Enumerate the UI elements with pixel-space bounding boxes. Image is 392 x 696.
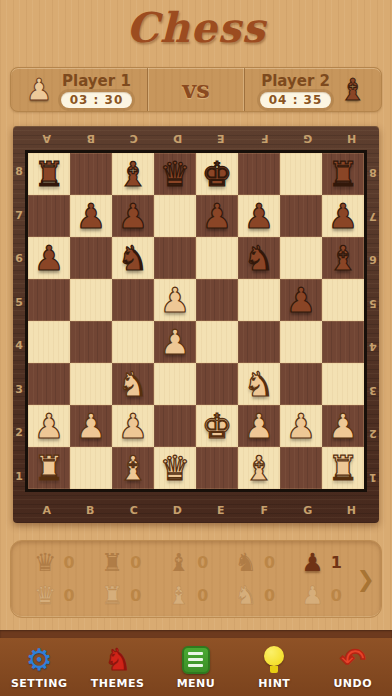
board-squares: ♜♝♛♚♜♟♟♟♟♟♟♞♞♝♟♟♟♞♞♟♟♟♚♟♟♟♜♝♛♝♜	[25, 150, 367, 492]
square-g8[interactable]	[280, 153, 322, 195]
white-knight-icon: ♞	[235, 582, 257, 610]
black-bishop-icon: ♝	[168, 549, 190, 577]
themes-button[interactable]: ♞THEMES	[79, 645, 157, 690]
square-g2[interactable]: ♟	[280, 405, 322, 447]
square-g3[interactable]	[280, 363, 322, 405]
black-pawn[interactable]: ♟	[286, 279, 316, 321]
square-g4[interactable]	[280, 321, 322, 363]
file-label-d: D	[156, 128, 200, 148]
captured-white-pawn: ♟0	[293, 582, 351, 610]
file-label-b: B	[69, 128, 113, 148]
captured-black-knight: ♞0	[226, 549, 284, 577]
black-rook-icon: ♜	[101, 549, 123, 577]
chevron-right-icon[interactable]: ❯	[357, 567, 375, 592]
setting-label: SETTING	[11, 677, 68, 690]
file-label-e: E	[199, 501, 243, 521]
black-pawn[interactable]: ♟	[76, 195, 106, 237]
square-h8[interactable]: ♜	[322, 153, 364, 195]
white-pawn[interactable]: ♟	[328, 405, 358, 447]
undo-label: UNDO	[333, 677, 372, 690]
file-label-f: F	[243, 128, 287, 148]
square-b6[interactable]	[70, 237, 112, 279]
file-label-a: A	[25, 128, 69, 148]
player1-section: ♟ Player 1 03 : 30	[11, 68, 147, 111]
rank-label-4: 4	[13, 324, 25, 368]
captured-black-pawn: ♟1	[293, 549, 351, 577]
square-d8[interactable]: ♛	[154, 153, 196, 195]
menu-icon	[182, 645, 210, 675]
square-c7[interactable]: ♟	[112, 195, 154, 237]
captured-count: 0	[197, 553, 208, 572]
square-e2[interactable]: ♚	[196, 405, 238, 447]
lightbulb-icon	[263, 645, 285, 675]
rank-label-1: 1	[367, 455, 379, 499]
versus-section: vs	[147, 68, 245, 111]
white-queen[interactable]: ♛	[160, 447, 190, 489]
square-b7[interactable]: ♟	[70, 195, 112, 237]
rank-label-2: 2	[367, 411, 379, 455]
file-label-b: B	[69, 501, 113, 521]
black-pawn[interactable]: ♟	[34, 237, 64, 279]
square-c2[interactable]: ♟	[112, 405, 154, 447]
chess-app: Chess ♟ Player 1 03 : 30 vs Player 2 04 …	[0, 0, 392, 696]
app-title: Chess	[0, 4, 392, 52]
black-rook[interactable]: ♜	[34, 153, 64, 195]
white-pawn-icon: ♟	[26, 75, 53, 105]
square-c8[interactable]: ♝	[112, 153, 154, 195]
captured-count: 0	[130, 586, 141, 605]
black-queen-icon: ♛	[34, 549, 56, 577]
file-label-g: G	[286, 501, 330, 521]
square-c3[interactable]: ♞	[112, 363, 154, 405]
square-g5[interactable]: ♟	[280, 279, 322, 321]
gear-icon: ⚙	[26, 645, 53, 675]
square-f5[interactable]	[238, 279, 280, 321]
captured-count: 0	[264, 586, 275, 605]
menu-button[interactable]: MENU	[157, 645, 235, 690]
white-knight[interactable]: ♞	[118, 363, 148, 405]
square-d2[interactable]	[154, 405, 196, 447]
white-pawn[interactable]: ♟	[76, 405, 106, 447]
captured-black-rook: ♜0	[92, 549, 150, 577]
white-rook-icon: ♜	[101, 582, 123, 610]
square-a8[interactable]: ♜	[28, 153, 70, 195]
setting-button[interactable]: ⚙SETTING	[0, 645, 78, 690]
square-e3[interactable]	[196, 363, 238, 405]
captured-white-row: ♛0♜0♝0♞0♟0	[21, 580, 355, 612]
rank-label-5: 5	[13, 281, 25, 325]
square-b4[interactable]	[70, 321, 112, 363]
square-f2[interactable]: ♟	[238, 405, 280, 447]
square-a2[interactable]: ♟	[28, 405, 70, 447]
rank-label-3: 3	[13, 368, 25, 412]
white-queen-icon: ♛	[34, 582, 56, 610]
rank-label-6: 6	[367, 237, 379, 281]
square-d3[interactable]	[154, 363, 196, 405]
rank-label-4: 4	[367, 324, 379, 368]
captured-count: 0	[64, 586, 75, 605]
chess-board: ABCDEFGH 87654321 87654321 ♜♝♛♚♜♟♟♟♟♟♟♞♞…	[13, 126, 379, 523]
square-e1[interactable]	[196, 447, 238, 489]
square-g1[interactable]	[280, 447, 322, 489]
black-pawn-icon: ♟	[301, 549, 323, 577]
black-bishop[interactable]: ♝	[328, 237, 358, 279]
square-e5[interactable]	[196, 279, 238, 321]
black-knight-icon: ♞	[235, 549, 257, 577]
black-bishop[interactable]: ♝	[118, 153, 148, 195]
undo-arrow-icon: ↶	[340, 645, 365, 675]
black-pawn[interactable]: ♟	[202, 195, 232, 237]
square-b2[interactable]: ♟	[70, 405, 112, 447]
file-label-a: A	[25, 501, 69, 521]
square-a6[interactable]: ♟	[28, 237, 70, 279]
square-f7[interactable]: ♟	[238, 195, 280, 237]
rank-label-7: 7	[13, 194, 25, 238]
captured-count: 0	[197, 586, 208, 605]
captured-count: 0	[264, 553, 275, 572]
rank-label-2: 2	[13, 411, 25, 455]
player2-clock: 04 : 35	[260, 92, 332, 108]
file-label-d: D	[156, 501, 200, 521]
square-e8[interactable]: ♚	[196, 153, 238, 195]
hint-button[interactable]: HINT	[235, 645, 313, 690]
hint-label: HINT	[258, 677, 290, 690]
square-f4[interactable]	[238, 321, 280, 363]
themes-label: THEMES	[91, 677, 145, 690]
captured-black-queen: ♛0	[25, 549, 83, 577]
undo-button[interactable]: ↶UNDO	[314, 645, 392, 690]
file-label-g: G	[286, 128, 330, 148]
versus-label: vs	[182, 75, 209, 104]
square-c6[interactable]: ♞	[112, 237, 154, 279]
file-label-c: C	[112, 128, 156, 148]
white-pawn[interactable]: ♟	[34, 405, 64, 447]
white-pawn[interactable]: ♟	[244, 405, 274, 447]
square-e7[interactable]: ♟	[196, 195, 238, 237]
player1-clock: 03 : 30	[61, 92, 133, 108]
captured-white-knight: ♞0	[226, 582, 284, 610]
black-knight[interactable]: ♞	[244, 237, 274, 279]
white-pawn[interactable]: ♟	[160, 279, 190, 321]
file-labels-bottom: ABCDEFGH	[25, 501, 373, 521]
black-rook[interactable]: ♜	[328, 153, 358, 195]
white-pawn[interactable]: ♟	[286, 405, 316, 447]
rank-label-8: 8	[367, 150, 379, 194]
black-knight[interactable]: ♞	[118, 237, 148, 279]
square-a5[interactable]	[28, 279, 70, 321]
square-b5[interactable]	[70, 279, 112, 321]
white-king[interactable]: ♚	[202, 405, 232, 447]
square-d1[interactable]: ♛	[154, 447, 196, 489]
black-bishop-icon: ♝	[339, 75, 366, 105]
white-bishop[interactable]: ♝	[244, 447, 274, 489]
rank-label-6: 6	[13, 237, 25, 281]
rank-label-1: 1	[13, 455, 25, 499]
square-d5[interactable]: ♟	[154, 279, 196, 321]
player2-section: Player 2 04 : 35 ♝	[245, 68, 381, 111]
square-e6[interactable]	[196, 237, 238, 279]
square-b8[interactable]	[70, 153, 112, 195]
black-pawn[interactable]: ♟	[244, 195, 274, 237]
captured-black-row: ♛0♜0♝0♞0♟1	[21, 547, 355, 579]
toolbar-top-strip	[0, 630, 392, 638]
square-g6[interactable]	[280, 237, 322, 279]
file-labels-top: ABCDEFGH	[25, 128, 373, 148]
toolbar: ⚙SETTING♞THEMESMENUHINT↶UNDO	[0, 638, 392, 696]
black-king[interactable]: ♚	[202, 153, 232, 195]
rank-label-7: 7	[367, 194, 379, 238]
black-pawn[interactable]: ♟	[328, 195, 358, 237]
square-h2[interactable]: ♟	[322, 405, 364, 447]
rank-label-3: 3	[367, 368, 379, 412]
rank-label-5: 5	[367, 281, 379, 325]
square-b3[interactable]	[70, 363, 112, 405]
white-pawn[interactable]: ♟	[160, 321, 190, 363]
white-rook[interactable]: ♜	[34, 447, 64, 489]
square-c1[interactable]: ♝	[112, 447, 154, 489]
square-a3[interactable]	[28, 363, 70, 405]
square-h1[interactable]: ♜	[322, 447, 364, 489]
captured-pieces-tray: ♛0♜0♝0♞0♟1 ♛0♜0♝0♞0♟0 ❯	[10, 540, 382, 618]
captured-white-bishop: ♝0	[159, 582, 217, 610]
square-e4[interactable]	[196, 321, 238, 363]
square-d4[interactable]: ♟	[154, 321, 196, 363]
file-label-c: C	[112, 501, 156, 521]
square-a1[interactable]: ♜	[28, 447, 70, 489]
square-b1[interactable]	[70, 447, 112, 489]
square-d6[interactable]	[154, 237, 196, 279]
white-pawn[interactable]: ♟	[118, 405, 148, 447]
square-a7[interactable]	[28, 195, 70, 237]
square-c4[interactable]	[112, 321, 154, 363]
black-pawn[interactable]: ♟	[118, 195, 148, 237]
white-bishop[interactable]: ♝	[118, 447, 148, 489]
player2-name: Player 2	[261, 72, 330, 90]
rank-label-8: 8	[13, 150, 25, 194]
square-h4[interactable]	[322, 321, 364, 363]
square-h3[interactable]	[322, 363, 364, 405]
square-h5[interactable]	[322, 279, 364, 321]
file-label-h: H	[330, 128, 374, 148]
white-bishop-icon: ♝	[168, 582, 190, 610]
black-queen[interactable]: ♛	[160, 153, 190, 195]
square-f6[interactable]: ♞	[238, 237, 280, 279]
file-label-e: E	[199, 128, 243, 148]
square-f1[interactable]: ♝	[238, 447, 280, 489]
file-label-f: F	[243, 501, 287, 521]
square-c5[interactable]	[112, 279, 154, 321]
square-h6[interactable]: ♝	[322, 237, 364, 279]
captured-count: 1	[331, 553, 342, 572]
square-g7[interactable]	[280, 195, 322, 237]
file-label-h: H	[330, 501, 374, 521]
captured-black-bishop: ♝0	[159, 549, 217, 577]
captured-white-rook: ♜0	[92, 582, 150, 610]
white-knight[interactable]: ♞	[244, 363, 274, 405]
square-f3[interactable]: ♞	[238, 363, 280, 405]
square-h7[interactable]: ♟	[322, 195, 364, 237]
menu-label: MENU	[177, 677, 216, 690]
captured-count: 0	[130, 553, 141, 572]
square-a4[interactable]	[28, 321, 70, 363]
captured-count: 0	[331, 586, 342, 605]
player-bar: ♟ Player 1 03 : 30 vs Player 2 04 : 35 ♝	[10, 67, 382, 112]
rank-labels-right: 87654321	[367, 150, 379, 498]
white-pawn-icon: ♟	[301, 582, 323, 610]
captured-white-queen: ♛0	[25, 582, 83, 610]
captured-count: 0	[64, 553, 75, 572]
player1-name: Player 1	[62, 72, 131, 90]
rank-labels-left: 87654321	[13, 150, 25, 498]
white-rook[interactable]: ♜	[328, 447, 358, 489]
knight-icon: ♞	[104, 645, 131, 675]
square-f8[interactable]	[238, 153, 280, 195]
square-d7[interactable]	[154, 195, 196, 237]
